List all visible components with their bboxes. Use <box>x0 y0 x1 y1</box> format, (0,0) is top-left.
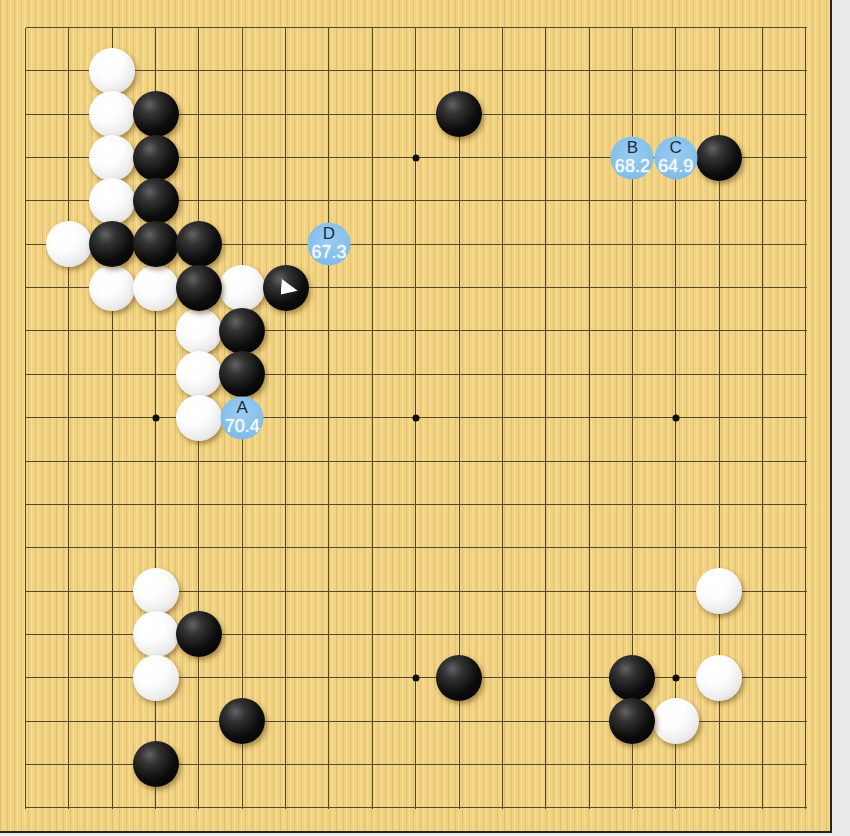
black-stone <box>133 178 179 224</box>
white-stone <box>176 395 222 441</box>
black-stone <box>436 655 482 701</box>
last-move-triangle-marker <box>281 279 298 295</box>
black-stone <box>133 741 179 787</box>
move-suggestion-D[interactable]: D67.3 <box>307 223 350 266</box>
star-point <box>672 414 679 421</box>
go-board[interactable]: A70.4B68.2C64.9D67.3 <box>0 0 832 833</box>
black-stone <box>609 698 655 744</box>
black-stone <box>176 611 222 657</box>
star-point <box>412 414 419 421</box>
grid-line-vertical <box>502 28 503 809</box>
white-stone <box>46 221 92 267</box>
white-stone <box>696 568 742 614</box>
grid-line-horizontal <box>26 504 807 505</box>
star-point <box>412 674 419 681</box>
grid-line-vertical <box>762 28 763 809</box>
star-point <box>152 414 159 421</box>
move-suggestion-B[interactable]: B68.2 <box>611 136 654 179</box>
grid-line-vertical <box>285 28 286 809</box>
white-stone <box>133 655 179 701</box>
white-stone <box>653 698 699 744</box>
white-stone <box>89 135 135 181</box>
black-stone <box>89 221 135 267</box>
grid-line-horizontal <box>26 330 807 331</box>
suggestion-winrate: 64.9 <box>658 156 693 175</box>
grid-line-vertical <box>589 28 590 809</box>
move-suggestion-A[interactable]: A70.4 <box>221 396 264 439</box>
black-stone <box>436 91 482 137</box>
move-suggestion-C[interactable]: C64.9 <box>654 136 697 179</box>
white-stone <box>89 91 135 137</box>
white-stone <box>89 48 135 94</box>
suggestion-winrate: 68.2 <box>615 156 650 175</box>
suggestion-letter: B <box>611 138 654 155</box>
white-stone <box>133 568 179 614</box>
white-stone <box>176 308 222 354</box>
black-stone <box>219 308 265 354</box>
page-gutter-right <box>834 0 850 836</box>
grid-line-horizontal <box>26 807 807 808</box>
grid-line-horizontal <box>26 461 807 462</box>
grid-line-horizontal <box>26 547 807 548</box>
black-stone <box>176 221 222 267</box>
white-stone <box>133 265 179 311</box>
grid-line-vertical <box>805 28 806 809</box>
star-point <box>412 154 419 161</box>
grid-line-vertical <box>372 28 373 809</box>
grid-line-vertical <box>545 28 546 809</box>
black-stone <box>696 135 742 181</box>
black-stone <box>133 91 179 137</box>
suggestion-letter: C <box>654 138 697 155</box>
grid-line-horizontal <box>26 70 807 71</box>
white-stone <box>89 265 135 311</box>
black-stone <box>133 221 179 267</box>
white-stone <box>89 178 135 224</box>
white-stone <box>176 351 222 397</box>
black-stone <box>176 265 222 311</box>
black-stone <box>219 698 265 744</box>
app-window: A70.4B68.2C64.9D67.3 <box>0 0 850 836</box>
grid-line-vertical <box>68 28 69 809</box>
black-stone <box>263 265 309 311</box>
star-point <box>672 674 679 681</box>
suggestion-winrate: 67.3 <box>311 243 346 262</box>
suggestion-winrate: 70.4 <box>225 416 260 435</box>
white-stone <box>133 611 179 657</box>
grid-line-vertical <box>328 28 329 809</box>
black-stone <box>219 351 265 397</box>
suggestion-letter: A <box>221 398 264 415</box>
grid-line-vertical <box>25 28 26 809</box>
black-stone <box>609 655 655 701</box>
white-stone <box>219 265 265 311</box>
white-stone <box>696 655 742 701</box>
grid-line-horizontal <box>26 27 807 28</box>
suggestion-letter: D <box>307 225 350 242</box>
grid-line-horizontal <box>26 374 807 375</box>
black-stone <box>133 135 179 181</box>
